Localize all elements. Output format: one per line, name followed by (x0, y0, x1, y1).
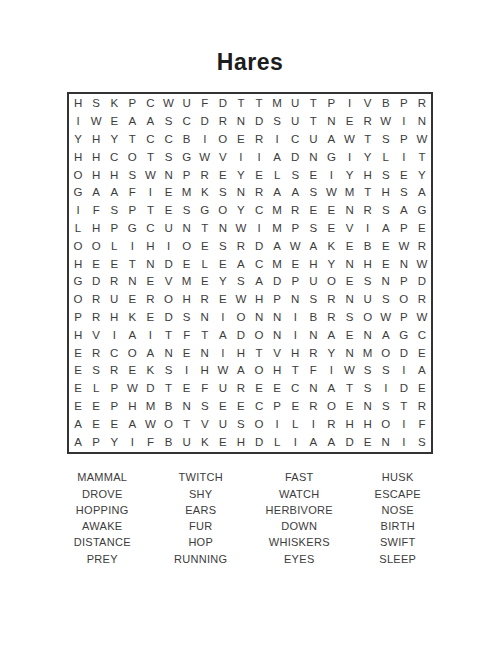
grid-cell-r7c8[interactable]: G (196, 202, 214, 220)
grid-cell-r4c12[interactable]: A (268, 149, 286, 167)
grid-cell-r11c14[interactable]: U (304, 273, 322, 291)
grid-cell-r1c10[interactable]: T (232, 95, 250, 113)
grid-cell-r5c19[interactable]: E (395, 166, 413, 184)
grid-cell-r4c13[interactable]: D (286, 149, 304, 167)
grid-cell-r9c9[interactable]: S (214, 238, 232, 256)
grid-cell-r19c11[interactable]: O (250, 416, 268, 434)
grid-cell-r19c18[interactable]: O (377, 416, 395, 434)
grid-cell-r2c3[interactable]: E (105, 113, 123, 131)
grid-cell-r2c18[interactable]: W (377, 113, 395, 131)
grid-cell-r8c12[interactable]: M (268, 220, 286, 238)
grid-cell-r4c3[interactable]: C (105, 149, 123, 167)
grid-cell-r10c17[interactable]: H (359, 255, 377, 273)
grid-cell-r15c10[interactable]: H (232, 344, 250, 362)
grid-cell-r6c1[interactable]: G (69, 184, 87, 202)
grid-cell-r13c7[interactable]: S (178, 309, 196, 327)
grid-cell-r4c4[interactable]: O (123, 149, 141, 167)
grid-cell-r6c9[interactable]: S (214, 184, 232, 202)
grid-cell-r19c5[interactable]: W (141, 416, 159, 434)
grid-cell-r4c19[interactable]: I (395, 149, 413, 167)
grid-cell-r6c20[interactable]: A (413, 184, 431, 202)
grid-cell-r5c7[interactable]: P (178, 166, 196, 184)
grid-cell-r9c3[interactable]: L (105, 238, 123, 256)
grid-cell-r10c6[interactable]: D (160, 255, 178, 273)
grid-cell-r3c5[interactable]: C (141, 131, 159, 149)
grid-cell-r13c13[interactable]: I (286, 309, 304, 327)
grid-cell-r18c18[interactable]: S (377, 398, 395, 416)
grid-cell-r2c2[interactable]: W (87, 113, 105, 131)
grid-cell-r9c5[interactable]: H (141, 238, 159, 256)
grid-cell-r13c8[interactable]: N (196, 309, 214, 327)
grid-cell-r1c4[interactable]: P (123, 95, 141, 113)
grid-cell-r3c4[interactable]: T (123, 131, 141, 149)
grid-cell-r13c17[interactable]: O (359, 309, 377, 327)
grid-cell-r20c1[interactable]: A (69, 433, 87, 451)
grid-cell-r6c2[interactable]: A (87, 184, 105, 202)
grid-cell-r15c16[interactable]: N (341, 344, 359, 362)
grid-cell-r8c1[interactable]: L (69, 220, 87, 238)
grid-cell-r1c1[interactable]: H (69, 95, 87, 113)
grid-cell-r7c18[interactable]: S (377, 202, 395, 220)
grid-cell-r20c8[interactable]: K (196, 433, 214, 451)
grid-cell-r9c1[interactable]: O (69, 238, 87, 256)
grid-cell-r4c17[interactable]: Y (359, 149, 377, 167)
grid-cell-r20c18[interactable]: N (377, 433, 395, 451)
grid-cell-r20c17[interactable]: E (359, 433, 377, 451)
grid-cell-r20c5[interactable]: F (141, 433, 159, 451)
grid-cell-r8c3[interactable]: P (105, 220, 123, 238)
grid-cell-r20c20[interactable]: S (413, 433, 431, 451)
grid-cell-r8c9[interactable]: N (214, 220, 232, 238)
grid-cell-r9c18[interactable]: E (377, 238, 395, 256)
grid-cell-r15c15[interactable]: Y (322, 344, 340, 362)
grid-cell-r18c13[interactable]: E (286, 398, 304, 416)
grid-cell-r1c9[interactable]: D (214, 95, 232, 113)
grid-cell-r20c4[interactable]: I (123, 433, 141, 451)
grid-cell-r20c11[interactable]: D (250, 433, 268, 451)
grid-cell-r13c10[interactable]: O (232, 309, 250, 327)
grid-cell-r11c11[interactable]: A (250, 273, 268, 291)
grid-cell-r19c2[interactable]: E (87, 416, 105, 434)
grid-cell-r6c4[interactable]: F (123, 184, 141, 202)
grid-cell-r5c13[interactable]: S (286, 166, 304, 184)
grid-cell-r14c14[interactable]: N (304, 327, 322, 345)
grid-cell-r6c19[interactable]: S (395, 184, 413, 202)
grid-cell-r7c4[interactable]: P (123, 202, 141, 220)
grid-cell-r15c17[interactable]: M (359, 344, 377, 362)
grid-cell-r20c10[interactable]: H (232, 433, 250, 451)
grid-cell-r13c6[interactable]: D (160, 309, 178, 327)
grid-cell-r3c6[interactable]: C (160, 131, 178, 149)
grid-cell-r1c16[interactable]: I (341, 95, 359, 113)
grid-cell-r17c8[interactable]: F (196, 380, 214, 398)
grid-cell-r14c10[interactable]: D (232, 327, 250, 345)
grid-cell-r4c2[interactable]: H (87, 149, 105, 167)
grid-cell-r18c15[interactable]: O (322, 398, 340, 416)
grid-cell-r18c7[interactable]: N (178, 398, 196, 416)
grid-cell-r11c1[interactable]: G (69, 273, 87, 291)
grid-cell-r20c12[interactable]: L (268, 433, 286, 451)
grid-cell-r19c17[interactable]: H (359, 416, 377, 434)
grid-cell-r2c19[interactable]: I (395, 113, 413, 131)
grid-cell-r5c3[interactable]: H (105, 166, 123, 184)
grid-cell-r10c18[interactable]: E (377, 255, 395, 273)
grid-cell-r2c15[interactable]: N (322, 113, 340, 131)
grid-cell-r17c18[interactable]: I (377, 380, 395, 398)
grid-cell-r11c16[interactable]: E (341, 273, 359, 291)
grid-cell-r17c6[interactable]: T (160, 380, 178, 398)
grid-cell-r16c7[interactable]: I (178, 362, 196, 380)
grid-cell-r2c14[interactable]: T (304, 113, 322, 131)
grid-cell-r4c20[interactable]: T (413, 149, 431, 167)
grid-cell-r4c11[interactable]: I (250, 149, 268, 167)
grid-cell-r4c1[interactable]: H (69, 149, 87, 167)
grid-cell-r3c17[interactable]: T (359, 131, 377, 149)
grid-cell-r2c4[interactable]: A (123, 113, 141, 131)
grid-cell-r1c18[interactable]: B (377, 95, 395, 113)
grid-cell-r17c2[interactable]: L (87, 380, 105, 398)
grid-cell-r15c9[interactable]: I (214, 344, 232, 362)
grid-cell-r6c10[interactable]: N (232, 184, 250, 202)
grid-cell-r15c14[interactable]: R (304, 344, 322, 362)
grid-cell-r9c17[interactable]: B (359, 238, 377, 256)
grid-cell-r15c13[interactable]: H (286, 344, 304, 362)
grid-cell-r12c14[interactable]: S (304, 291, 322, 309)
grid-cell-r5c17[interactable]: H (359, 166, 377, 184)
grid-cell-r7c1[interactable]: I (69, 202, 87, 220)
grid-cell-r6c6[interactable]: E (160, 184, 178, 202)
grid-cell-r5c18[interactable]: S (377, 166, 395, 184)
grid-cell-r12c8[interactable]: R (196, 291, 214, 309)
grid-cell-r18c19[interactable]: T (395, 398, 413, 416)
grid-cell-r11c5[interactable]: E (141, 273, 159, 291)
grid-cell-r17c5[interactable]: D (141, 380, 159, 398)
grid-cell-r14c1[interactable]: H (69, 327, 87, 345)
grid-cell-r19c19[interactable]: I (395, 416, 413, 434)
grid-cell-r5c6[interactable]: N (160, 166, 178, 184)
grid-cell-r12c10[interactable]: W (232, 291, 250, 309)
grid-cell-r19c10[interactable]: S (232, 416, 250, 434)
grid-cell-r1c20[interactable]: R (413, 95, 431, 113)
grid-cell-r11c15[interactable]: O (322, 273, 340, 291)
grid-cell-r4c15[interactable]: G (322, 149, 340, 167)
grid-cell-r18c12[interactable]: P (268, 398, 286, 416)
grid-cell-r14c19[interactable]: G (395, 327, 413, 345)
grid-cell-r7c14[interactable]: E (304, 202, 322, 220)
grid-cell-r9c16[interactable]: E (341, 238, 359, 256)
grid-cell-r12c16[interactable]: N (341, 291, 359, 309)
grid-cell-r15c20[interactable]: E (413, 344, 431, 362)
grid-cell-r3c7[interactable]: B (178, 131, 196, 149)
grid-cell-r2c7[interactable]: C (178, 113, 196, 131)
grid-cell-r2c5[interactable]: A (141, 113, 159, 131)
grid-cell-r5c10[interactable]: Y (232, 166, 250, 184)
grid-cell-r16c15[interactable]: I (322, 362, 340, 380)
grid-cell-r10c5[interactable]: N (141, 255, 159, 273)
grid-cell-r15c19[interactable]: D (395, 344, 413, 362)
grid-cell-r1c11[interactable]: T (250, 95, 268, 113)
grid-cell-r1c2[interactable]: S (87, 95, 105, 113)
grid-cell-r11c4[interactable]: N (123, 273, 141, 291)
grid-cell-r16c9[interactable]: W (214, 362, 232, 380)
grid-cell-r8c8[interactable]: T (196, 220, 214, 238)
grid-cell-r8c5[interactable]: C (141, 220, 159, 238)
grid-cell-r2c10[interactable]: N (232, 113, 250, 131)
grid-cell-r15c12[interactable]: V (268, 344, 286, 362)
grid-cell-r10c8[interactable]: L (196, 255, 214, 273)
grid-cell-r5c16[interactable]: Y (341, 166, 359, 184)
grid-cell-r6c17[interactable]: T (359, 184, 377, 202)
grid-cell-r11c9[interactable]: Y (214, 273, 232, 291)
grid-cell-r14c18[interactable]: A (377, 327, 395, 345)
grid-cell-r13c19[interactable]: P (395, 309, 413, 327)
grid-cell-r15c4[interactable]: O (123, 344, 141, 362)
grid-cell-r12c3[interactable]: U (105, 291, 123, 309)
grid-cell-r8c2[interactable]: H (87, 220, 105, 238)
grid-cell-r7c19[interactable]: A (395, 202, 413, 220)
grid-cell-r18c3[interactable]: P (105, 398, 123, 416)
grid-cell-r18c4[interactable]: H (123, 398, 141, 416)
grid-cell-r12c6[interactable]: O (160, 291, 178, 309)
grid-cell-r16c17[interactable]: S (359, 362, 377, 380)
grid-cell-r8c19[interactable]: P (395, 220, 413, 238)
grid-cell-r12c11[interactable]: H (250, 291, 268, 309)
grid-cell-r1c7[interactable]: U (178, 95, 196, 113)
grid-cell-r5c2[interactable]: H (87, 166, 105, 184)
grid-cell-r19c3[interactable]: E (105, 416, 123, 434)
grid-cell-r20c15[interactable]: A (322, 433, 340, 451)
grid-cell-r3c10[interactable]: E (232, 131, 250, 149)
grid-cell-r8c18[interactable]: A (377, 220, 395, 238)
grid-cell-r13c2[interactable]: R (87, 309, 105, 327)
grid-cell-r2c12[interactable]: S (268, 113, 286, 131)
grid-cell-r16c12[interactable]: H (268, 362, 286, 380)
grid-cell-r7c7[interactable]: S (178, 202, 196, 220)
grid-cell-r5c20[interactable]: Y (413, 166, 431, 184)
grid-cell-r7c11[interactable]: C (250, 202, 268, 220)
grid-cell-r5c15[interactable]: I (322, 166, 340, 184)
grid-cell-r13c1[interactable]: P (69, 309, 87, 327)
grid-cell-r2c6[interactable]: S (160, 113, 178, 131)
grid-cell-r2c1[interactable]: I (69, 113, 87, 131)
grid-cell-r15c8[interactable]: N (196, 344, 214, 362)
grid-cell-r16c4[interactable]: E (123, 362, 141, 380)
grid-cell-r16c2[interactable]: S (87, 362, 105, 380)
grid-cell-r17c15[interactable]: A (322, 380, 340, 398)
grid-cell-r19c20[interactable]: F (413, 416, 431, 434)
grid-cell-r3c14[interactable]: U (304, 131, 322, 149)
grid-cell-r17c12[interactable]: E (268, 380, 286, 398)
grid-cell-r12c4[interactable]: E (123, 291, 141, 309)
grid-cell-r19c7[interactable]: T (178, 416, 196, 434)
grid-cell-r20c19[interactable]: I (395, 433, 413, 451)
grid-cell-r19c9[interactable]: U (214, 416, 232, 434)
grid-cell-r18c5[interactable]: M (141, 398, 159, 416)
grid-cell-r16c5[interactable]: K (141, 362, 159, 380)
grid-cell-r3c19[interactable]: P (395, 131, 413, 149)
grid-cell-r7c13[interactable]: R (286, 202, 304, 220)
grid-cell-r14c16[interactable]: E (341, 327, 359, 345)
grid-cell-r14c15[interactable]: A (322, 327, 340, 345)
grid-cell-r16c18[interactable]: S (377, 362, 395, 380)
grid-cell-r15c11[interactable]: T (250, 344, 268, 362)
grid-cell-r1c3[interactable]: K (105, 95, 123, 113)
grid-cell-r6c12[interactable]: A (268, 184, 286, 202)
grid-cell-r17c16[interactable]: T (341, 380, 359, 398)
grid-cell-r14c17[interactable]: N (359, 327, 377, 345)
grid-cell-r18c10[interactable]: E (232, 398, 250, 416)
grid-cell-r17c1[interactable]: E (69, 380, 87, 398)
grid-cell-r1c14[interactable]: T (304, 95, 322, 113)
grid-cell-r7c17[interactable]: R (359, 202, 377, 220)
grid-cell-r12c1[interactable]: O (69, 291, 87, 309)
grid-cell-r11c17[interactable]: S (359, 273, 377, 291)
grid-cell-r13c5[interactable]: E (141, 309, 159, 327)
grid-cell-r16c19[interactable]: I (395, 362, 413, 380)
grid-cell-r8c14[interactable]: S (304, 220, 322, 238)
grid-cell-r4c7[interactable]: G (178, 149, 196, 167)
grid-cell-r11c2[interactable]: D (87, 273, 105, 291)
grid-cell-r7c10[interactable]: Y (232, 202, 250, 220)
grid-cell-r6c14[interactable]: S (304, 184, 322, 202)
grid-cell-r19c15[interactable]: R (322, 416, 340, 434)
grid-cell-r11c20[interactable]: D (413, 273, 431, 291)
grid-cell-r20c7[interactable]: U (178, 433, 196, 451)
grid-cell-r8c16[interactable]: V (341, 220, 359, 238)
grid-cell-r12c13[interactable]: N (286, 291, 304, 309)
grid-cell-r11c13[interactable]: P (286, 273, 304, 291)
grid-cell-r10c11[interactable]: C (250, 255, 268, 273)
grid-cell-r7c3[interactable]: S (105, 202, 123, 220)
grid-cell-r7c16[interactable]: N (341, 202, 359, 220)
grid-cell-r16c8[interactable]: H (196, 362, 214, 380)
grid-cell-r10c12[interactable]: M (268, 255, 286, 273)
grid-cell-r2c20[interactable]: N (413, 113, 431, 131)
grid-cell-r9c12[interactable]: A (268, 238, 286, 256)
grid-cell-r12c17[interactable]: U (359, 291, 377, 309)
grid-cell-r9c20[interactable]: R (413, 238, 431, 256)
grid-cell-r12c5[interactable]: R (141, 291, 159, 309)
grid-cell-r10c4[interactable]: T (123, 255, 141, 273)
grid-cell-r12c12[interactable]: P (268, 291, 286, 309)
grid-cell-r13c18[interactable]: W (377, 309, 395, 327)
grid-cell-r19c13[interactable]: L (286, 416, 304, 434)
grid-cell-r6c13[interactable]: A (286, 184, 304, 202)
grid-cell-r1c5[interactable]: C (141, 95, 159, 113)
grid-cell-r16c13[interactable]: T (286, 362, 304, 380)
grid-cell-r7c20[interactable]: G (413, 202, 431, 220)
grid-cell-r3c8[interactable]: I (196, 131, 214, 149)
grid-cell-r4c9[interactable]: V (214, 149, 232, 167)
grid-cell-r18c6[interactable]: B (160, 398, 178, 416)
grid-cell-r9c19[interactable]: W (395, 238, 413, 256)
grid-cell-r1c15[interactable]: P (322, 95, 340, 113)
grid-cell-r18c11[interactable]: C (250, 398, 268, 416)
grid-cell-r7c5[interactable]: T (141, 202, 159, 220)
grid-cell-r7c9[interactable]: O (214, 202, 232, 220)
grid-cell-r8c11[interactable]: I (250, 220, 268, 238)
grid-cell-r6c11[interactable]: R (250, 184, 268, 202)
grid-cell-r11c8[interactable]: E (196, 273, 214, 291)
grid-cell-r8c6[interactable]: U (160, 220, 178, 238)
grid-cell-r3c13[interactable]: C (286, 131, 304, 149)
grid-cell-r2c16[interactable]: E (341, 113, 359, 131)
grid-cell-r8c20[interactable]: E (413, 220, 431, 238)
grid-cell-r3c9[interactable]: O (214, 131, 232, 149)
grid-cell-r13c4[interactable]: K (123, 309, 141, 327)
grid-cell-r11c12[interactable]: D (268, 273, 286, 291)
grid-cell-r15c18[interactable]: O (377, 344, 395, 362)
grid-cell-r7c12[interactable]: M (268, 202, 286, 220)
grid-cell-r9c11[interactable]: D (250, 238, 268, 256)
grid-cell-r3c20[interactable]: W (413, 131, 431, 149)
grid-cell-r2c8[interactable]: D (196, 113, 214, 131)
grid-cell-r1c13[interactable]: U (286, 95, 304, 113)
grid-cell-r16c3[interactable]: R (105, 362, 123, 380)
grid-cell-r14c9[interactable]: A (214, 327, 232, 345)
grid-cell-r10c15[interactable]: Y (322, 255, 340, 273)
grid-cell-r5c5[interactable]: W (141, 166, 159, 184)
grid-cell-r8c13[interactable]: P (286, 220, 304, 238)
grid-cell-r9c10[interactable]: R (232, 238, 250, 256)
grid-cell-r15c6[interactable]: N (160, 344, 178, 362)
grid-cell-r1c6[interactable]: W (160, 95, 178, 113)
grid-cell-r17c4[interactable]: W (123, 380, 141, 398)
grid-cell-r5c4[interactable]: S (123, 166, 141, 184)
grid-cell-r4c10[interactable]: I (232, 149, 250, 167)
grid-cell-r14c13[interactable]: I (286, 327, 304, 345)
grid-cell-r14c4[interactable]: A (123, 327, 141, 345)
grid-cell-r5c14[interactable]: E (304, 166, 322, 184)
grid-cell-r12c9[interactable]: E (214, 291, 232, 309)
grid-cell-r14c5[interactable]: I (141, 327, 159, 345)
grid-cell-r14c12[interactable]: N (268, 327, 286, 345)
grid-cell-r18c20[interactable]: R (413, 398, 431, 416)
grid-cell-r4c14[interactable]: N (304, 149, 322, 167)
grid-cell-r6c18[interactable]: H (377, 184, 395, 202)
grid-cell-r19c12[interactable]: I (268, 416, 286, 434)
grid-cell-r3c3[interactable]: Y (105, 131, 123, 149)
grid-cell-r9c14[interactable]: A (304, 238, 322, 256)
grid-cell-r20c2[interactable]: P (87, 433, 105, 451)
grid-cell-r19c8[interactable]: V (196, 416, 214, 434)
grid-cell-r6c5[interactable]: I (141, 184, 159, 202)
grid-cell-r12c19[interactable]: O (395, 291, 413, 309)
grid-cell-r18c17[interactable]: N (359, 398, 377, 416)
grid-cell-r15c2[interactable]: R (87, 344, 105, 362)
grid-cell-r13c16[interactable]: S (341, 309, 359, 327)
grid-cell-r1c19[interactable]: P (395, 95, 413, 113)
grid-cell-r10c3[interactable]: E (105, 255, 123, 273)
grid-cell-r12c7[interactable]: H (178, 291, 196, 309)
grid-cell-r11c3[interactable]: R (105, 273, 123, 291)
grid-cell-r11c10[interactable]: S (232, 273, 250, 291)
grid-cell-r9c2[interactable]: O (87, 238, 105, 256)
grid-cell-r10c19[interactable]: N (395, 255, 413, 273)
grid-cell-r20c9[interactable]: E (214, 433, 232, 451)
grid-cell-r12c20[interactable]: R (413, 291, 431, 309)
grid-cell-r13c3[interactable]: H (105, 309, 123, 327)
grid-cell-r5c11[interactable]: E (250, 166, 268, 184)
grid-cell-r16c10[interactable]: A (232, 362, 250, 380)
grid-cell-r2c11[interactable]: D (250, 113, 268, 131)
grid-cell-r4c8[interactable]: W (196, 149, 214, 167)
grid-cell-r20c16[interactable]: D (341, 433, 359, 451)
grid-cell-r1c12[interactable]: M (268, 95, 286, 113)
grid-cell-r17c3[interactable]: P (105, 380, 123, 398)
grid-cell-r20c13[interactable]: I (286, 433, 304, 451)
grid-cell-r14c2[interactable]: V (87, 327, 105, 345)
